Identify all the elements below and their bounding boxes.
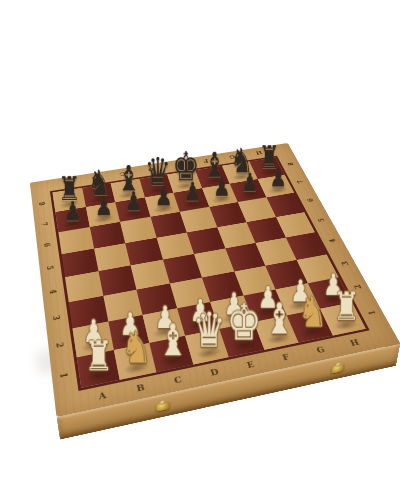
rank-label-right-5: 5 [315,215,329,224]
piece-black-pawn-c7[interactable]: ♟ [125,189,143,215]
rank-label-right-6: 6 [304,196,317,205]
piece-white-rook-h1[interactable]: ♜ [333,287,360,326]
piece-white-bishop-c1[interactable]: ♝ [158,318,189,362]
rank-label-right-7: 7 [294,177,307,185]
file-label-near-A: A [94,389,111,403]
rank-label-left-4: 4 [47,286,59,298]
piece-black-pawn-h7[interactable]: ♟ [269,166,287,191]
file-label-near-B: B [132,381,149,395]
board-grid: ♜♞♝♛♚♝♞♜♟♟♟♟♟♟♟♟♟♟♟♟♟♟♟♟♜♞♝♛♚♝♞♜ [50,156,370,391]
piece-black-pawn-a7[interactable]: ♟ [64,198,83,225]
square-h5[interactable] [275,212,314,238]
square-a1[interactable]: ♜ [77,350,119,388]
rank-label-left-3: 3 [50,312,63,324]
piece-white-knight-g1[interactable]: ♞ [298,291,328,333]
file-label-near-E: E [242,358,259,371]
rank-label-left-6: 6 [41,240,53,250]
rank-label-left-5: 5 [44,262,56,273]
piece-black-pawn-d7[interactable]: ♟ [155,184,173,210]
brass-clasp-right [331,364,344,374]
rank-label-right-4: 4 [326,236,340,246]
rank-label-right-1: 1 [364,306,380,318]
piece-black-pawn-b7[interactable]: ♟ [94,193,112,219]
piece-white-king-e1[interactable]: ♚ [227,297,262,347]
square-b5[interactable] [94,243,131,271]
file-label-near-C: C [169,374,186,387]
file-label-near-H: H [346,337,364,349]
file-label-near-G: G [312,344,330,356]
square-b7[interactable]: ♟ [86,202,120,227]
rank-label-left-2: 2 [53,339,66,352]
chess-board: ♜♞♝♛♚♝♞♜♟♟♟♟♟♟♟♟♟♟♟♟♟♟♟♟♜♞♝♛♚♝♞♜ 88AA77B… [30,143,400,417]
rank-label-left-7: 7 [39,219,50,229]
square-d1[interactable]: ♛ [185,329,229,365]
brass-clasp-left [156,402,170,412]
piece-white-queen-d1[interactable]: ♛ [192,306,225,354]
rank-label-left-8: 8 [36,200,47,209]
square-c1[interactable]: ♝ [149,335,193,372]
piece-black-pawn-e7[interactable]: ♟ [184,179,202,205]
square-b6[interactable] [89,222,125,249]
piece-white-knight-b1[interactable]: ♞ [121,325,152,369]
rank-label-left-1: 1 [57,368,71,382]
file-label-near-F: F [277,351,294,364]
file-label-near-D: D [206,366,223,379]
piece-black-pawn-f7[interactable]: ♟ [213,175,231,201]
scene: ♜♞♝♛♚♝♞♜♟♟♟♟♟♟♟♟♟♟♟♟♟♟♟♟♜♞♝♛♚♝♞♜ 88AA77B… [0,0,400,498]
product-photo: ♜♞♝♛♚♝♞♜♟♟♟♟♟♟♟♟♟♟♟♟♟♟♟♟♜♞♝♛♚♝♞♜ 88AA77B… [0,0,400,498]
piece-black-pawn-g7[interactable]: ♟ [241,170,259,195]
piece-white-bishop-f1[interactable]: ♝ [264,297,294,340]
piece-white-rook-a1[interactable]: ♜ [84,336,113,377]
square-a5[interactable] [62,248,98,277]
